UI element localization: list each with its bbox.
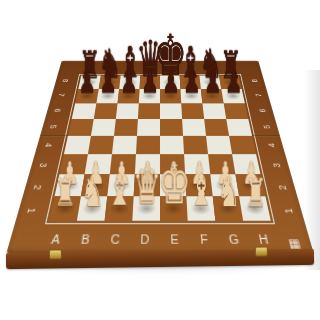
file-label: F (189, 231, 220, 249)
piece-black-pawn[interactable]: ♟ (120, 67, 138, 98)
square-e7[interactable]: ♟ (160, 89, 181, 103)
square-a7[interactable]: ♟ (75, 89, 99, 103)
rank-label: 3 (263, 159, 292, 171)
square-f1[interactable]: ♝ (186, 196, 215, 220)
square-a4[interactable] (64, 136, 91, 154)
square-c1[interactable]: ♝ (105, 196, 134, 220)
square-e5[interactable] (160, 119, 183, 136)
rank-label: 7 (247, 91, 271, 100)
square-g1[interactable]: ♞ (213, 196, 243, 220)
piece-black-pawn[interactable]: ♟ (224, 67, 242, 98)
square-h1[interactable]: ♜ (239, 196, 271, 220)
square-a5[interactable] (68, 119, 94, 136)
square-e1[interactable]: ♚ (160, 196, 188, 220)
square-c7[interactable]: ♟ (118, 89, 140, 103)
piece-white-knight[interactable]: ♞ (80, 172, 103, 212)
file-label: B (69, 231, 101, 249)
rank-label: 4 (258, 140, 285, 151)
square-g5[interactable] (204, 119, 229, 136)
square-a6[interactable] (72, 103, 97, 119)
rank-label: 1 (15, 204, 47, 219)
square-b5[interactable] (91, 119, 116, 136)
file-labels: ABCDEFGH▦ (39, 231, 281, 249)
piece-black-pawn[interactable]: ♟ (203, 67, 221, 98)
piece-white-bishop[interactable]: ♝ (188, 169, 213, 212)
square-g4[interactable] (206, 136, 232, 154)
rank-label: 6 (45, 106, 70, 115)
piece-black-pawn[interactable]: ♟ (99, 67, 117, 98)
piece-white-rook[interactable]: ♜ (54, 174, 76, 212)
rank-label: 5 (40, 122, 66, 132)
piece-black-pawn[interactable]: ♟ (162, 67, 180, 98)
square-h7[interactable]: ♟ (221, 89, 245, 103)
square-d6[interactable] (138, 103, 160, 119)
rank-label: 1 (273, 204, 305, 219)
file-label: E (160, 231, 190, 249)
file-label: A (39, 231, 72, 249)
file-label: C (100, 231, 131, 249)
square-c6[interactable] (116, 103, 139, 119)
rank-label: 2 (268, 180, 298, 194)
piece-white-rook[interactable]: ♜ (244, 174, 266, 212)
rank-label: 8 (54, 77, 77, 85)
square-f6[interactable] (181, 103, 204, 119)
chess-board: ♜♞♝♛♚♝♞♜♟♟♟♟♟♟♟♟♟♟♟♟♟♟♟♟♜♞♝♛♚♝♞♜ ABCDEFG… (6, 61, 314, 254)
brass-clasp-icon (49, 249, 62, 259)
file-label: G (218, 231, 250, 249)
piece-black-pawn[interactable]: ♟ (182, 67, 200, 98)
square-d1[interactable]: ♛ (132, 196, 160, 220)
rank-label: 8 (243, 77, 266, 85)
file-label: D (130, 231, 160, 249)
rank-label: 5 (254, 122, 280, 132)
brass-clasp-icon (255, 246, 268, 256)
square-d5[interactable] (137, 119, 160, 136)
square-c4[interactable] (112, 136, 137, 154)
square-h5[interactable] (226, 119, 252, 136)
piece-white-bishop[interactable]: ♝ (107, 169, 132, 212)
piece-black-pawn[interactable]: ♟ (141, 67, 159, 98)
square-b1[interactable]: ♞ (77, 196, 107, 220)
product-photo-stage: ♜♞♝♛♚♝♞♜♟♟♟♟♟♟♟♟♟♟♟♟♟♟♟♟♜♞♝♛♚♝♞♜ ABCDEFG… (0, 0, 320, 320)
square-f7[interactable]: ♟ (180, 89, 202, 103)
rank-label: 2 (22, 180, 52, 194)
board-frame: ♜♞♝♛♚♝♞♜♟♟♟♟♟♟♟♟♟♟♟♟♟♟♟♟♜♞♝♛♚♝♞♜ ABCDEFG… (6, 61, 314, 254)
square-d7[interactable]: ♟ (139, 89, 160, 103)
square-b7[interactable]: ♟ (96, 89, 119, 103)
square-b6[interactable] (94, 103, 118, 119)
board-grid: ♜♞♝♛♚♝♞♜♟♟♟♟♟♟♟♟♟♟♟♟♟♟♟♟♜♞♝♛♚♝♞♜ (49, 76, 271, 221)
piece-black-pawn[interactable]: ♟ (78, 67, 96, 98)
playing-area-border: ♜♞♝♛♚♝♞♜♟♟♟♟♟♟♟♟♟♟♟♟♟♟♟♟♜♞♝♛♚♝♞♜ (45, 74, 275, 224)
square-a1[interactable]: ♜ (49, 196, 81, 220)
rank-label: 6 (250, 106, 275, 115)
rank-label: 4 (35, 140, 62, 151)
square-b4[interactable] (88, 136, 114, 154)
piece-white-knight[interactable]: ♞ (216, 172, 239, 212)
piece-white-king[interactable]: ♚ (157, 155, 190, 212)
square-h6[interactable] (224, 103, 249, 119)
square-d4[interactable] (136, 136, 160, 154)
square-h4[interactable] (229, 136, 256, 154)
square-c5[interactable] (114, 119, 138, 136)
rank-label: 7 (50, 91, 74, 100)
square-g7[interactable]: ♟ (201, 89, 224, 103)
rank-label: 3 (29, 159, 58, 171)
square-f5[interactable] (182, 119, 206, 136)
square-e6[interactable] (160, 103, 182, 119)
square-g6[interactable] (202, 103, 226, 119)
piece-white-queen[interactable]: ♛ (132, 162, 161, 212)
